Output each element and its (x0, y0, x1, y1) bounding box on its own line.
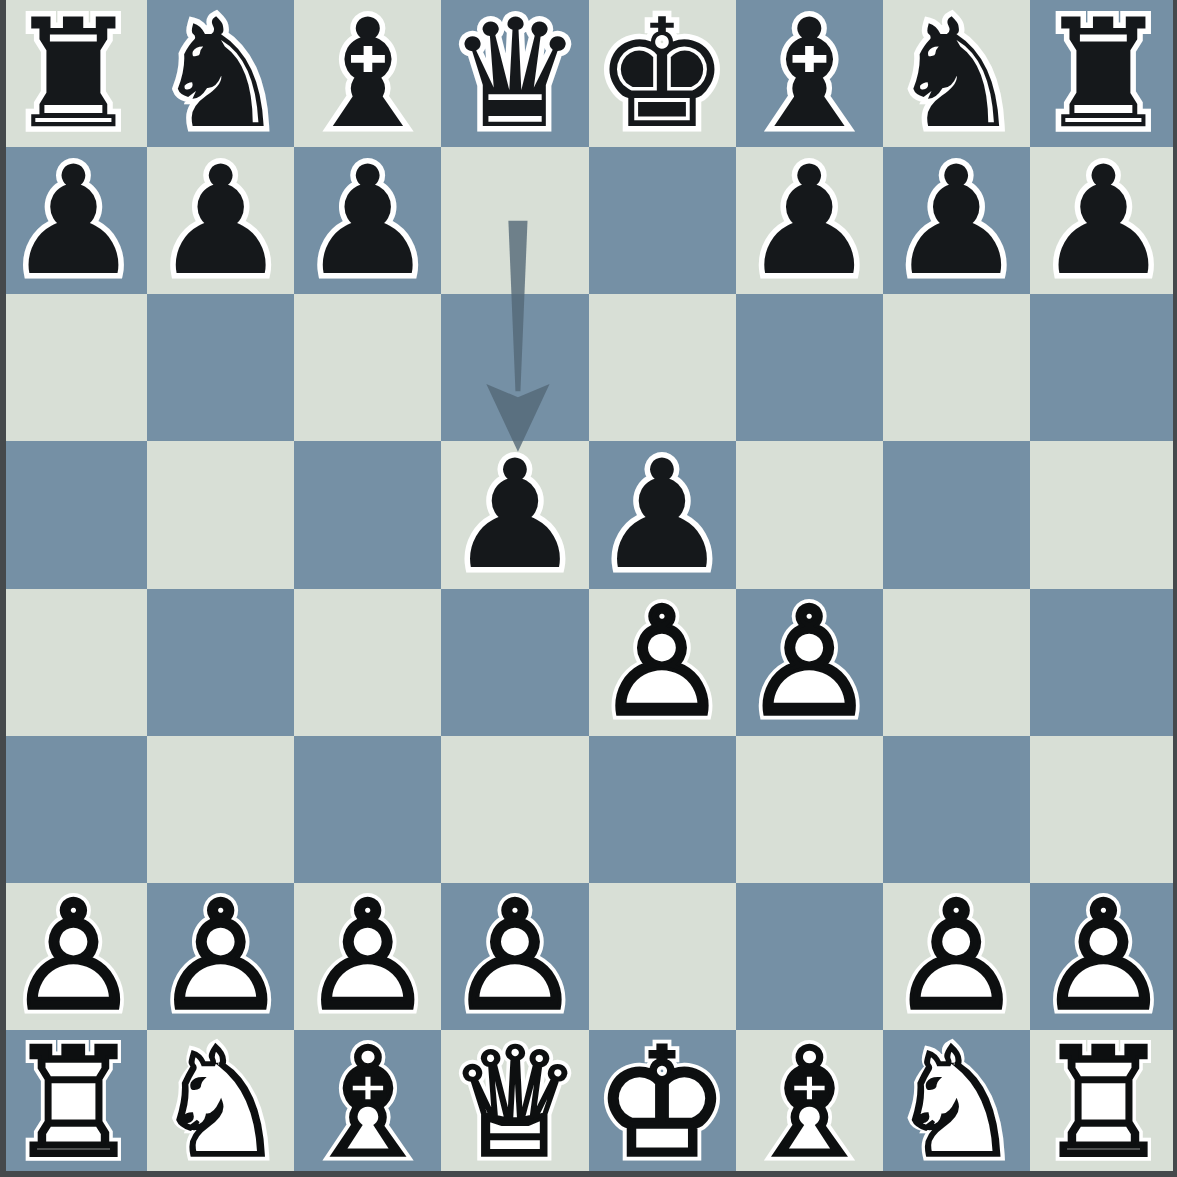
piece-outline-glyph: ♙ (441, 883, 588, 1030)
piece-white-rook[interactable]: ♜♜♖ (0, 1030, 147, 1177)
piece-white-pawn[interactable]: ♟♟♙ (736, 589, 883, 736)
square-a3[interactable] (0, 736, 147, 883)
square-c6[interactable] (294, 294, 441, 441)
piece-body-glyph: ♟ (589, 441, 736, 588)
square-f2[interactable] (736, 883, 883, 1030)
window-left-border (0, 0, 6, 1177)
square-g8[interactable]: ♞♞ (883, 0, 1030, 147)
piece-black-queen[interactable]: ♛♛ (441, 0, 588, 147)
window-right-border (1173, 0, 1177, 1177)
piece-black-pawn[interactable]: ♟♟ (147, 147, 294, 294)
window-bottom-border (0, 1171, 1177, 1177)
piece-black-pawn[interactable]: ♟♟ (441, 441, 588, 588)
square-g3[interactable] (883, 736, 1030, 883)
piece-white-bishop[interactable]: ♝♝♗ (736, 1030, 883, 1177)
square-h4[interactable] (1030, 589, 1177, 736)
square-h7[interactable]: ♟♟ (1030, 147, 1177, 294)
square-e2[interactable] (589, 883, 736, 1030)
square-h1[interactable]: ♜♜♖ (1030, 1030, 1177, 1177)
piece-outline-glyph: ♙ (1030, 883, 1177, 1030)
piece-black-king[interactable]: ♚♚ (589, 0, 736, 147)
piece-white-pawn[interactable]: ♟♟♙ (441, 883, 588, 1030)
piece-black-pawn[interactable]: ♟♟ (883, 147, 1030, 294)
square-a2[interactable]: ♟♟♙ (0, 883, 147, 1030)
piece-body-glyph: ♟ (883, 147, 1030, 294)
square-b8[interactable]: ♞♞ (147, 0, 294, 147)
square-h8[interactable]: ♜♜ (1030, 0, 1177, 147)
square-h3[interactable] (1030, 736, 1177, 883)
square-a4[interactable] (0, 589, 147, 736)
chess-board: ♜♜♞♞♝♝♛♛♚♚♝♝♞♞♜♜♟♟♟♟♟♟♟♟♟♟♟♟♟♟♟♟♟♟♙♟♟♙♟♟… (0, 0, 1177, 1177)
square-f4[interactable]: ♟♟♙ (736, 589, 883, 736)
square-g4[interactable] (883, 589, 1030, 736)
square-e3[interactable] (589, 736, 736, 883)
square-b3[interactable] (147, 736, 294, 883)
piece-body-glyph: ♟ (736, 147, 883, 294)
piece-body-glyph: ♟ (0, 147, 147, 294)
square-e7[interactable] (589, 147, 736, 294)
square-b5[interactable] (147, 441, 294, 588)
piece-white-pawn[interactable]: ♟♟♙ (883, 883, 1030, 1030)
square-c7[interactable]: ♟♟ (294, 147, 441, 294)
piece-outline-glyph: ♙ (589, 589, 736, 736)
square-b1[interactable]: ♞♞♘ (147, 1030, 294, 1177)
piece-black-pawn[interactable]: ♟♟ (736, 147, 883, 294)
square-c2[interactable]: ♟♟♙ (294, 883, 441, 1030)
piece-white-pawn[interactable]: ♟♟♙ (0, 883, 147, 1030)
piece-outline-glyph: ♕ (441, 1030, 588, 1177)
square-f5[interactable] (736, 441, 883, 588)
piece-black-rook[interactable]: ♜♜ (1030, 0, 1177, 147)
square-b4[interactable] (147, 589, 294, 736)
square-a5[interactable] (0, 441, 147, 588)
square-d3[interactable] (441, 736, 588, 883)
piece-outline-glyph: ♘ (883, 1030, 1030, 1177)
square-g7[interactable]: ♟♟ (883, 147, 1030, 294)
piece-black-bishop[interactable]: ♝♝ (736, 0, 883, 147)
piece-body-glyph: ♞ (147, 0, 294, 147)
piece-white-bishop[interactable]: ♝♝♗ (294, 1030, 441, 1177)
square-d5[interactable]: ♟♟ (441, 441, 588, 588)
square-e6[interactable] (589, 294, 736, 441)
piece-body-glyph: ♝ (294, 0, 441, 147)
square-f1[interactable]: ♝♝♗ (736, 1030, 883, 1177)
piece-body-glyph: ♜ (1030, 0, 1177, 147)
piece-outline-glyph: ♙ (736, 589, 883, 736)
square-e4[interactable]: ♟♟♙ (589, 589, 736, 736)
square-h6[interactable] (1030, 294, 1177, 441)
piece-body-glyph: ♛ (441, 0, 588, 147)
square-c5[interactable] (294, 441, 441, 588)
square-c8[interactable]: ♝♝ (294, 0, 441, 147)
piece-body-glyph: ♟ (147, 147, 294, 294)
piece-black-pawn[interactable]: ♟♟ (589, 441, 736, 588)
piece-black-rook[interactable]: ♜♜ (0, 0, 147, 147)
piece-white-rook[interactable]: ♜♜♖ (1030, 1030, 1177, 1177)
square-g6[interactable] (883, 294, 1030, 441)
piece-body-glyph: ♜ (0, 0, 147, 147)
piece-outline-glyph: ♗ (294, 1030, 441, 1177)
square-f6[interactable] (736, 294, 883, 441)
square-c3[interactable] (294, 736, 441, 883)
piece-body-glyph: ♟ (1030, 147, 1177, 294)
piece-body-glyph: ♟ (441, 441, 588, 588)
square-e5[interactable]: ♟♟ (589, 441, 736, 588)
square-b2[interactable]: ♟♟♙ (147, 883, 294, 1030)
square-d7[interactable] (441, 147, 588, 294)
square-h2[interactable]: ♟♟♙ (1030, 883, 1177, 1030)
square-b6[interactable] (147, 294, 294, 441)
piece-black-bishop[interactable]: ♝♝ (294, 0, 441, 147)
square-a6[interactable] (0, 294, 147, 441)
square-c1[interactable]: ♝♝♗ (294, 1030, 441, 1177)
piece-outline-glyph: ♙ (883, 883, 1030, 1030)
square-d1[interactable]: ♛♛♕ (441, 1030, 588, 1177)
square-f3[interactable] (736, 736, 883, 883)
piece-white-pawn[interactable]: ♟♟♙ (1030, 883, 1177, 1030)
piece-white-knight[interactable]: ♞♞♘ (147, 1030, 294, 1177)
square-g2[interactable]: ♟♟♙ (883, 883, 1030, 1030)
square-d8[interactable]: ♛♛ (441, 0, 588, 147)
square-e8[interactable]: ♚♚ (589, 0, 736, 147)
square-d2[interactable]: ♟♟♙ (441, 883, 588, 1030)
piece-outline-glyph: ♙ (294, 883, 441, 1030)
square-h5[interactable] (1030, 441, 1177, 588)
square-d4[interactable] (441, 589, 588, 736)
piece-outline-glyph: ♔ (589, 1030, 736, 1177)
piece-white-king[interactable]: ♚♚♔ (589, 1030, 736, 1177)
piece-outline-glyph: ♙ (0, 883, 147, 1030)
piece-outline-glyph: ♙ (147, 883, 294, 1030)
square-f8[interactable]: ♝♝ (736, 0, 883, 147)
square-f7[interactable]: ♟♟ (736, 147, 883, 294)
square-g5[interactable] (883, 441, 1030, 588)
square-e1[interactable]: ♚♚♔ (589, 1030, 736, 1177)
piece-body-glyph: ♝ (736, 0, 883, 147)
piece-white-pawn[interactable]: ♟♟♙ (589, 589, 736, 736)
piece-black-knight[interactable]: ♞♞ (147, 0, 294, 147)
square-a1[interactable]: ♜♜♖ (0, 1030, 147, 1177)
piece-white-queen[interactable]: ♛♛♕ (441, 1030, 588, 1177)
piece-black-pawn[interactable]: ♟♟ (1030, 147, 1177, 294)
piece-outline-glyph: ♘ (147, 1030, 294, 1177)
board-stage: ♜♜♞♞♝♝♛♛♚♚♝♝♞♞♜♜♟♟♟♟♟♟♟♟♟♟♟♟♟♟♟♟♟♟♙♟♟♙♟♟… (0, 0, 1177, 1177)
piece-outline-glyph: ♖ (1030, 1030, 1177, 1177)
piece-white-pawn[interactable]: ♟♟♙ (294, 883, 441, 1030)
piece-black-pawn[interactable]: ♟♟ (0, 147, 147, 294)
square-a8[interactable]: ♜♜ (0, 0, 147, 147)
piece-white-knight[interactable]: ♞♞♘ (883, 1030, 1030, 1177)
piece-white-pawn[interactable]: ♟♟♙ (147, 883, 294, 1030)
square-c4[interactable] (294, 589, 441, 736)
piece-black-pawn[interactable]: ♟♟ (294, 147, 441, 294)
square-g1[interactable]: ♞♞♘ (883, 1030, 1030, 1177)
piece-black-knight[interactable]: ♞♞ (883, 0, 1030, 147)
square-b7[interactable]: ♟♟ (147, 147, 294, 294)
piece-outline-glyph: ♖ (0, 1030, 147, 1177)
square-a7[interactable]: ♟♟ (0, 147, 147, 294)
piece-body-glyph: ♞ (883, 0, 1030, 147)
piece-body-glyph: ♚ (589, 0, 736, 147)
piece-body-glyph: ♟ (294, 147, 441, 294)
piece-outline-glyph: ♗ (736, 1030, 883, 1177)
square-d6[interactable] (441, 294, 588, 441)
